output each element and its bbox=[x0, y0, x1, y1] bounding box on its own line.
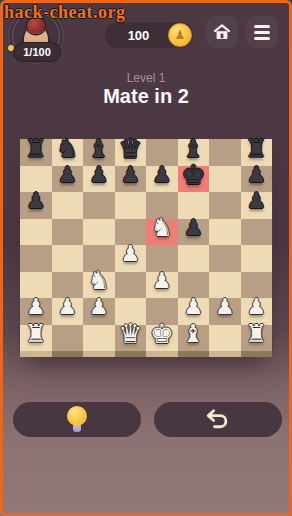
square-g5[interactable] bbox=[209, 219, 241, 246]
white-pawn: ♟ bbox=[152, 270, 172, 292]
black-pawn: ♟ bbox=[246, 164, 266, 186]
black-king: ♚ bbox=[181, 161, 205, 188]
square-a2[interactable]: ♟ bbox=[20, 298, 52, 325]
square-a1[interactable]: ♜ bbox=[20, 325, 52, 352]
square-b5[interactable] bbox=[52, 219, 84, 246]
black-pawn: ♟ bbox=[183, 217, 203, 239]
square-g7[interactable] bbox=[209, 166, 241, 193]
square-d5[interactable] bbox=[115, 219, 147, 246]
black-bishop: ♝ bbox=[88, 136, 110, 161]
square-b2[interactable]: ♟ bbox=[52, 298, 84, 325]
white-knight: ♞ bbox=[88, 268, 110, 293]
square-h4[interactable] bbox=[241, 245, 273, 272]
square-b3[interactable] bbox=[52, 272, 84, 299]
square-a8[interactable]: ♜ bbox=[20, 139, 52, 166]
coin-amount: 100 bbox=[105, 28, 168, 43]
black-pawn: ♟ bbox=[57, 164, 77, 186]
hint-button[interactable] bbox=[13, 402, 141, 437]
white-rook: ♜ bbox=[245, 321, 267, 346]
square-f8[interactable]: ♝ bbox=[178, 139, 210, 166]
square-d4[interactable]: ♟ bbox=[115, 245, 147, 272]
board-bottom-edge bbox=[20, 351, 272, 357]
square-d1[interactable]: ♛ bbox=[115, 325, 147, 352]
square-g2[interactable]: ♟ bbox=[209, 298, 241, 325]
white-pawn: ♟ bbox=[183, 296, 203, 318]
square-b1[interactable] bbox=[52, 325, 84, 352]
black-pawn: ♟ bbox=[246, 190, 266, 212]
white-pawn: ♟ bbox=[57, 296, 77, 318]
white-knight: ♞ bbox=[151, 215, 173, 240]
square-d8[interactable]: ♛ bbox=[115, 139, 147, 166]
square-f5[interactable]: ♟ bbox=[178, 219, 210, 246]
square-f2[interactable]: ♟ bbox=[178, 298, 210, 325]
square-d2[interactable] bbox=[115, 298, 147, 325]
square-g4[interactable] bbox=[209, 245, 241, 272]
square-a3[interactable] bbox=[20, 272, 52, 299]
square-g8[interactable] bbox=[209, 139, 241, 166]
square-h6[interactable]: ♟ bbox=[241, 192, 273, 219]
puzzle-objective: Mate in 2 bbox=[0, 85, 292, 108]
black-bishop: ♝ bbox=[182, 136, 204, 161]
square-f7[interactable]: ♚ bbox=[178, 166, 210, 193]
coin-icon: ♟ bbox=[168, 23, 192, 47]
square-a6[interactable]: ♟ bbox=[20, 192, 52, 219]
level-label: Level 1 bbox=[0, 71, 292, 85]
white-rook: ♜ bbox=[25, 321, 47, 346]
white-pawn: ♟ bbox=[246, 296, 266, 318]
black-pawn: ♟ bbox=[89, 164, 109, 186]
square-d3[interactable] bbox=[115, 272, 147, 299]
square-c7[interactable]: ♟ bbox=[83, 166, 115, 193]
square-e2[interactable] bbox=[146, 298, 178, 325]
coin-balance[interactable]: 100 ♟ bbox=[104, 21, 194, 49]
hamburger-icon bbox=[254, 25, 270, 40]
app-screen: 1/100 100 ♟ Level 1 Mate in 2 ♜♞♝♛♝♜♟♟♟♟… bbox=[0, 0, 292, 516]
square-b8[interactable]: ♞ bbox=[52, 139, 84, 166]
square-h2[interactable]: ♟ bbox=[241, 298, 273, 325]
square-g1[interactable] bbox=[209, 325, 241, 352]
square-f3[interactable] bbox=[178, 272, 210, 299]
square-b4[interactable] bbox=[52, 245, 84, 272]
black-rook: ♜ bbox=[245, 136, 267, 161]
white-bishop: ♝ bbox=[182, 321, 204, 346]
square-c1[interactable] bbox=[83, 325, 115, 352]
square-e4[interactable] bbox=[146, 245, 178, 272]
home-icon bbox=[212, 22, 232, 42]
black-pawn: ♟ bbox=[120, 164, 140, 186]
square-a5[interactable] bbox=[20, 219, 52, 246]
white-pawn: ♟ bbox=[215, 296, 235, 318]
square-h7[interactable]: ♟ bbox=[241, 166, 273, 193]
watermark-text: hack-cheat.org bbox=[4, 2, 125, 23]
white-pawn: ♟ bbox=[120, 243, 140, 265]
square-b6[interactable] bbox=[52, 192, 84, 219]
square-c8[interactable]: ♝ bbox=[83, 139, 115, 166]
square-h8[interactable]: ♜ bbox=[241, 139, 273, 166]
white-pawn: ♟ bbox=[26, 296, 46, 318]
square-f6[interactable] bbox=[178, 192, 210, 219]
square-h3[interactable] bbox=[241, 272, 273, 299]
square-c6[interactable] bbox=[83, 192, 115, 219]
square-e7[interactable]: ♟ bbox=[146, 166, 178, 193]
black-pawn: ♟ bbox=[26, 190, 46, 212]
square-g6[interactable] bbox=[209, 192, 241, 219]
action-bar bbox=[13, 402, 282, 437]
black-queen: ♛ bbox=[118, 135, 142, 162]
undo-button[interactable] bbox=[154, 402, 282, 437]
square-a4[interactable] bbox=[20, 245, 52, 272]
level-progress-badge: 1/100 bbox=[14, 43, 60, 61]
square-d7[interactable]: ♟ bbox=[115, 166, 147, 193]
square-c3[interactable]: ♞ bbox=[83, 272, 115, 299]
square-h5[interactable] bbox=[241, 219, 273, 246]
menu-button[interactable] bbox=[246, 16, 278, 48]
white-king: ♚ bbox=[150, 320, 174, 347]
black-pawn: ♟ bbox=[152, 164, 172, 186]
board-container: ♜♞♝♛♝♜♟♟♟♟♚♟♟♟♞♟♟♞♟♟♟♟♟♟♟♜♛♚♝♜ bbox=[20, 139, 272, 357]
home-button[interactable] bbox=[206, 16, 238, 48]
undo-arrow-icon bbox=[205, 408, 231, 432]
square-d6[interactable] bbox=[115, 192, 147, 219]
square-h1[interactable]: ♜ bbox=[241, 325, 273, 352]
square-e6[interactable] bbox=[146, 192, 178, 219]
lightbulb-icon bbox=[67, 406, 87, 433]
square-f4[interactable] bbox=[178, 245, 210, 272]
square-e8[interactable] bbox=[146, 139, 178, 166]
square-e5[interactable]: ♞ bbox=[146, 219, 178, 246]
black-rook: ♜ bbox=[25, 136, 47, 161]
square-g3[interactable] bbox=[209, 272, 241, 299]
chess-board: ♜♞♝♛♝♜♟♟♟♟♚♟♟♟♞♟♟♞♟♟♟♟♟♟♟♜♛♚♝♜ bbox=[20, 139, 272, 351]
square-c2[interactable]: ♟ bbox=[83, 298, 115, 325]
square-e1[interactable]: ♚ bbox=[146, 325, 178, 352]
white-queen: ♛ bbox=[118, 320, 142, 347]
square-a7[interactable] bbox=[20, 166, 52, 193]
black-knight: ♞ bbox=[56, 136, 78, 161]
white-pawn: ♟ bbox=[89, 296, 109, 318]
square-e3[interactable]: ♟ bbox=[146, 272, 178, 299]
square-c4[interactable] bbox=[83, 245, 115, 272]
square-b7[interactable]: ♟ bbox=[52, 166, 84, 193]
square-f1[interactable]: ♝ bbox=[178, 325, 210, 352]
square-c5[interactable] bbox=[83, 219, 115, 246]
